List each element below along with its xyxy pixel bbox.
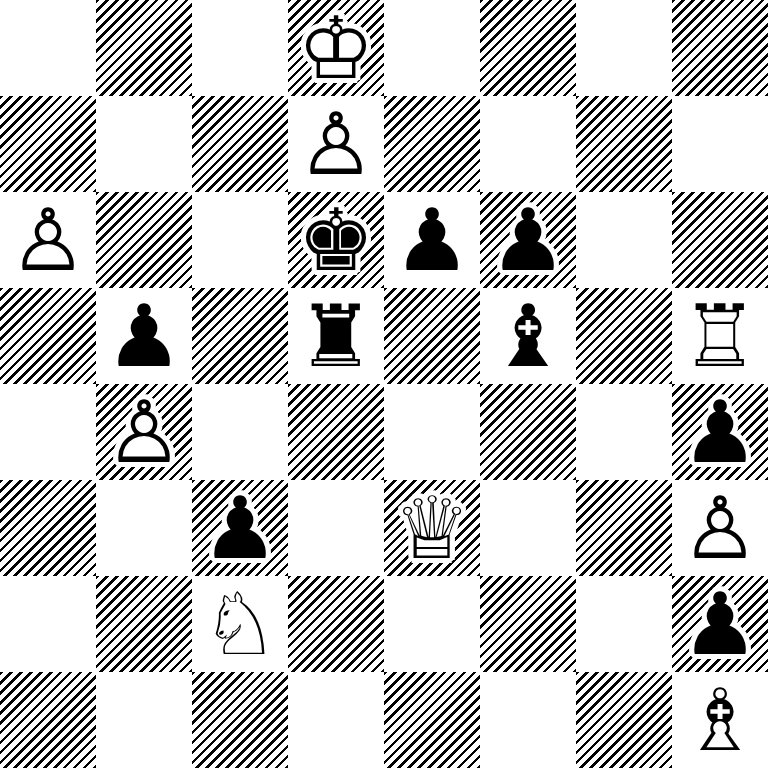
black-pawn-halo: ♟ <box>96 288 192 384</box>
square-c3[interactable]: ♟♟ <box>192 480 288 576</box>
square-d6[interactable]: ♚♚ <box>288 192 384 288</box>
black-pawn[interactable]: ♟ <box>96 288 192 384</box>
square-f3[interactable] <box>480 480 576 576</box>
square-f6[interactable]: ♟♟ <box>480 192 576 288</box>
square-b6[interactable] <box>96 192 192 288</box>
square-f2[interactable] <box>480 576 576 672</box>
square-f5[interactable]: ♝♝ <box>480 288 576 384</box>
square-e3[interactable]: ♛♕ <box>384 480 480 576</box>
square-a1[interactable] <box>0 672 96 768</box>
black-rook[interactable]: ♜ <box>288 288 384 384</box>
white-bishop[interactable]: ♗ <box>672 672 768 768</box>
square-d7[interactable]: ♟♙ <box>288 96 384 192</box>
black-pawn-halo: ♟ <box>672 576 768 672</box>
black-pawn[interactable]: ♟ <box>672 384 768 480</box>
square-g3[interactable] <box>576 480 672 576</box>
black-pawn[interactable]: ♟ <box>192 480 288 576</box>
square-h8[interactable] <box>672 0 768 96</box>
square-e7[interactable] <box>384 96 480 192</box>
square-e2[interactable] <box>384 576 480 672</box>
square-g2[interactable] <box>576 576 672 672</box>
white-king-halo: ♚ <box>288 0 384 96</box>
white-knight[interactable]: ♘ <box>192 576 288 672</box>
black-pawn[interactable]: ♟ <box>672 576 768 672</box>
white-knight-halo: ♞ <box>192 576 288 672</box>
white-bishop-halo: ♝ <box>672 672 768 768</box>
square-a5[interactable] <box>0 288 96 384</box>
square-c5[interactable] <box>192 288 288 384</box>
black-rook-halo: ♜ <box>288 288 384 384</box>
white-queen[interactable]: ♕ <box>384 480 480 576</box>
white-pawn-halo: ♟ <box>288 96 384 192</box>
square-e8[interactable] <box>384 0 480 96</box>
square-b5[interactable]: ♟♟ <box>96 288 192 384</box>
square-c7[interactable] <box>192 96 288 192</box>
square-c1[interactable] <box>192 672 288 768</box>
square-d2[interactable] <box>288 576 384 672</box>
square-e6[interactable]: ♟♟ <box>384 192 480 288</box>
black-pawn-halo: ♟ <box>384 192 480 288</box>
square-g1[interactable] <box>576 672 672 768</box>
white-rook-halo: ♜ <box>672 288 768 384</box>
square-h6[interactable] <box>672 192 768 288</box>
black-king[interactable]: ♚ <box>288 192 384 288</box>
square-e4[interactable] <box>384 384 480 480</box>
square-a4[interactable] <box>0 384 96 480</box>
square-b2[interactable] <box>96 576 192 672</box>
chess-board: ♚♔♟♙♟♙♚♚♟♟♟♟♟♟♜♜♝♝♜♖♟♙♟♟♟♟♛♕♟♙♞♘♟♟♝♗ <box>0 0 768 768</box>
square-f4[interactable] <box>480 384 576 480</box>
square-c2[interactable]: ♞♘ <box>192 576 288 672</box>
square-d5[interactable]: ♜♜ <box>288 288 384 384</box>
white-queen-halo: ♛ <box>384 480 480 576</box>
square-b3[interactable] <box>96 480 192 576</box>
square-h3[interactable]: ♟♙ <box>672 480 768 576</box>
black-pawn-halo: ♟ <box>672 384 768 480</box>
square-d3[interactable] <box>288 480 384 576</box>
white-king[interactable]: ♔ <box>288 0 384 96</box>
square-f1[interactable] <box>480 672 576 768</box>
square-b7[interactable] <box>96 96 192 192</box>
square-f8[interactable] <box>480 0 576 96</box>
square-g4[interactable] <box>576 384 672 480</box>
black-bishop-halo: ♝ <box>480 288 576 384</box>
square-g6[interactable] <box>576 192 672 288</box>
square-b4[interactable]: ♟♙ <box>96 384 192 480</box>
square-a8[interactable] <box>0 0 96 96</box>
white-pawn[interactable]: ♙ <box>96 384 192 480</box>
square-a2[interactable] <box>0 576 96 672</box>
white-pawn[interactable]: ♙ <box>672 480 768 576</box>
square-g8[interactable] <box>576 0 672 96</box>
square-d4[interactable] <box>288 384 384 480</box>
square-h4[interactable]: ♟♟ <box>672 384 768 480</box>
white-pawn-halo: ♟ <box>96 384 192 480</box>
square-g5[interactable] <box>576 288 672 384</box>
square-e5[interactable] <box>384 288 480 384</box>
square-f7[interactable] <box>480 96 576 192</box>
white-pawn[interactable]: ♙ <box>288 96 384 192</box>
black-bishop[interactable]: ♝ <box>480 288 576 384</box>
white-pawn[interactable]: ♙ <box>0 192 96 288</box>
square-d1[interactable] <box>288 672 384 768</box>
black-pawn[interactable]: ♟ <box>480 192 576 288</box>
square-a7[interactable] <box>0 96 96 192</box>
square-h7[interactable] <box>672 96 768 192</box>
square-e1[interactable] <box>384 672 480 768</box>
square-b8[interactable] <box>96 0 192 96</box>
square-c6[interactable] <box>192 192 288 288</box>
square-h5[interactable]: ♜♖ <box>672 288 768 384</box>
white-pawn-halo: ♟ <box>672 480 768 576</box>
white-pawn-halo: ♟ <box>0 192 96 288</box>
black-pawn-halo: ♟ <box>192 480 288 576</box>
black-pawn[interactable]: ♟ <box>384 192 480 288</box>
square-h2[interactable]: ♟♟ <box>672 576 768 672</box>
black-pawn-halo: ♟ <box>480 192 576 288</box>
square-h1[interactable]: ♝♗ <box>672 672 768 768</box>
square-c4[interactable] <box>192 384 288 480</box>
square-b1[interactable] <box>96 672 192 768</box>
black-king-halo: ♚ <box>288 192 384 288</box>
square-a3[interactable] <box>0 480 96 576</box>
square-g7[interactable] <box>576 96 672 192</box>
square-a6[interactable]: ♟♙ <box>0 192 96 288</box>
white-rook[interactable]: ♖ <box>672 288 768 384</box>
square-c8[interactable] <box>192 0 288 96</box>
square-d8[interactable]: ♚♔ <box>288 0 384 96</box>
